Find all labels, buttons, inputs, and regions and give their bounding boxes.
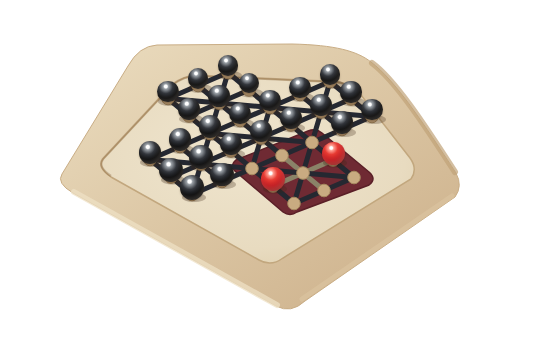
board-hole-r3c7 [348,171,361,184]
black-soldier-marble-r6c5[interactable] [210,163,234,187]
black-soldier-marble-r6c4[interactable] [189,145,212,168]
black-soldier-marble-r5c3[interactable] [199,115,221,137]
red-officer-marble-r5c6[interactable] [261,167,285,191]
black-soldier-marble-r1c5[interactable] [361,99,383,121]
black-soldier-marble-r5c1[interactable] [157,81,178,102]
black-soldier-marble-r2c4[interactable] [310,94,332,116]
board-hole-r3c5 [306,136,319,149]
scene [0,0,533,355]
board-hole-r4c7 [318,184,331,197]
black-soldier-marble-r3c1[interactable] [218,55,238,75]
board-hole-r5c7 [288,197,301,210]
board-hole-r4c5 [276,149,289,162]
black-soldier-marble-r7c5[interactable] [180,175,204,199]
black-soldier-marble-r1c3[interactable] [320,64,341,85]
black-soldier-marble-r4c3[interactable] [229,103,251,125]
board-hole-r4c6 [297,167,310,180]
board-hole-r5c5 [246,162,259,175]
black-soldier-marble-r2c3[interactable] [289,77,310,98]
black-soldier-marble-r6c3[interactable] [169,128,192,151]
black-soldier-marble-r7c4[interactable] [159,158,183,182]
black-soldier-marble-r1c4[interactable] [340,81,361,102]
black-soldier-marble-r3c4[interactable] [280,107,302,129]
black-soldier-marble-r5c2[interactable] [178,98,200,120]
black-soldier-marble-r4c2[interactable] [208,85,229,106]
red-officer-marble-r3c6[interactable] [322,142,345,165]
black-soldier-marble-r3c3[interactable] [259,90,280,111]
black-soldier-marble-r2c5[interactable] [331,111,353,133]
black-soldier-marble-r4c1[interactable] [188,68,209,89]
